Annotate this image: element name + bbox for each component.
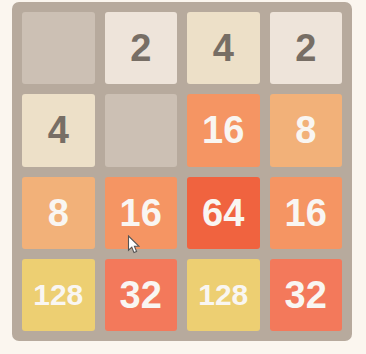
tile-8: 8 (22, 177, 95, 249)
empty-cell (105, 94, 178, 166)
tile-2: 2 (105, 12, 178, 84)
page-background: 242416881664161283212832 (0, 0, 366, 354)
tile-32: 32 (105, 259, 178, 331)
tile-16: 16 (105, 177, 178, 249)
tile-128: 128 (22, 259, 95, 331)
tile-128: 128 (187, 259, 260, 331)
board-2048[interactable]: 242416881664161283212832 (12, 2, 352, 341)
empty-cell (22, 12, 95, 84)
tile-32: 32 (270, 259, 343, 331)
tile-64: 64 (187, 177, 260, 249)
tile-4: 4 (22, 94, 95, 166)
tile-8: 8 (270, 94, 343, 166)
tile-16: 16 (270, 177, 343, 249)
tile-4: 4 (187, 12, 260, 84)
tile-16: 16 (187, 94, 260, 166)
tile-2: 2 (270, 12, 343, 84)
